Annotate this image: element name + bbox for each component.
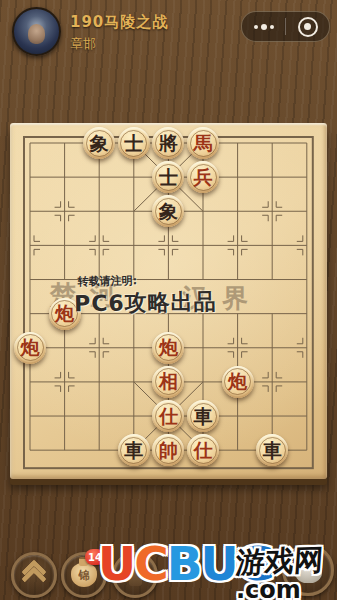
- item-button[interactable]: [112, 552, 158, 598]
- player-avatar: [12, 7, 61, 56]
- piece-red-炮-c6r7[interactable]: 炮: [222, 366, 254, 398]
- level-title: 190马陵之战: [70, 13, 168, 32]
- opponent-name: 章邯: [70, 35, 96, 53]
- xiangqi-app-screen: 190马陵之战 章邯 楚河 汉界 转载请注明: PC6攻略出品 象士將馬士兵象炮…: [0, 0, 337, 600]
- piece-red-兵-c5r1[interactable]: 兵: [187, 161, 219, 193]
- more-button[interactable]: [242, 12, 285, 41]
- miniprogram-capsule: [241, 11, 330, 42]
- expand-button[interactable]: [11, 552, 57, 598]
- piece-black-車-c3r9[interactable]: 車: [118, 434, 150, 466]
- exit-circle-icon: [298, 17, 318, 37]
- money-bag-icon: 锦: [71, 563, 97, 587]
- more-dots-icon: [254, 24, 274, 30]
- scroll-icon: [129, 564, 142, 586]
- hand-pointer-icon: [295, 558, 322, 583]
- piece-black-象-c2r0[interactable]: 象: [83, 127, 115, 159]
- piece-red-炮-c0r6[interactable]: 炮: [14, 332, 46, 364]
- pointer-button[interactable]: [282, 544, 334, 596]
- exit-button[interactable]: [286, 12, 329, 41]
- hint-count-badge: 14: [85, 549, 105, 565]
- piece-red-炮-c1r5[interactable]: 炮: [49, 298, 81, 330]
- piece-red-馬-c5r0[interactable]: 馬: [187, 127, 219, 159]
- piece-red-炮-c4r6[interactable]: 炮: [152, 332, 184, 364]
- piece-black-車-c5r8[interactable]: 車: [187, 400, 219, 432]
- piece-red-仕-c5r9[interactable]: 仕: [187, 434, 219, 466]
- piece-black-士-c3r0[interactable]: 士: [118, 127, 150, 159]
